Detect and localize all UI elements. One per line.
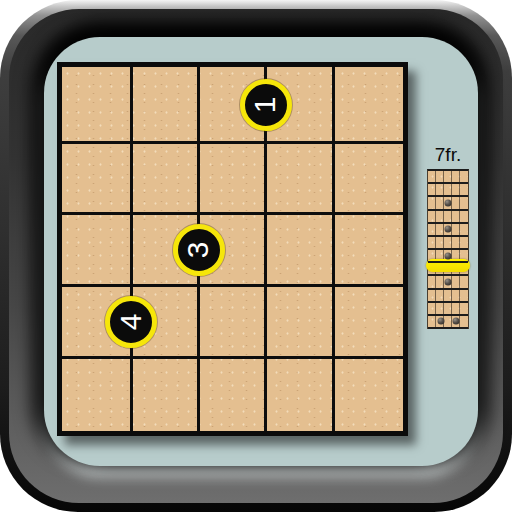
app-icon[interactable]: 134 7fr. <box>0 0 512 512</box>
mini-fret <box>428 184 468 197</box>
fret-marker-dot <box>445 199 452 206</box>
mini-fret <box>428 303 468 316</box>
fret-marker-dot <box>445 278 452 285</box>
finger-dot: 3 <box>173 224 225 276</box>
finger-dot-label: 3 <box>184 241 214 258</box>
mini-fret <box>428 211 468 224</box>
mini-fret <box>428 250 468 263</box>
mini-fret <box>428 237 468 250</box>
string-line <box>332 67 335 431</box>
mini-fretboard <box>427 169 469 329</box>
finger-dot: 1 <box>240 79 292 131</box>
finger-dot-label: 1 <box>251 96 281 113</box>
fret-line <box>62 212 403 215</box>
mini-fret <box>428 171 468 184</box>
mini-fret <box>428 224 468 237</box>
fret-line <box>62 284 403 287</box>
finger-dot: 4 <box>105 296 157 348</box>
fret-marker-double <box>438 318 445 325</box>
fret-line <box>62 141 403 144</box>
fret-marker-dot <box>445 252 452 259</box>
fret-line <box>62 356 403 359</box>
mini-fret <box>428 197 468 210</box>
string-line <box>130 67 133 431</box>
fretboard: 134 <box>57 62 408 436</box>
fret-marker-dot <box>445 226 452 233</box>
mini-fret <box>428 316 468 329</box>
position-label: 7fr. <box>422 144 474 166</box>
mini-fret <box>428 263 468 276</box>
mini-fret <box>428 290 468 303</box>
finger-dot-label: 4 <box>116 313 146 330</box>
fret-marker-double <box>452 318 459 325</box>
mini-fret <box>428 276 468 289</box>
